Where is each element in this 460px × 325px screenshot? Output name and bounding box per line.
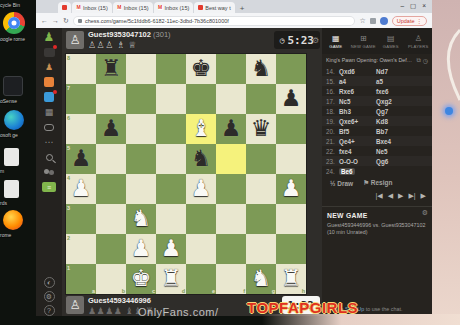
move-row: 15.a4a5 [322,76,432,86]
square-c2[interactable]: ♟ [126,234,156,264]
square-b5[interactable] [96,144,126,174]
square-c5[interactable] [126,144,156,174]
site-left-nav: ♟ ♟ ▦ ⋯ ≡ ◐ ⚙ ? [36,28,62,316]
square-e5[interactable]: ♞ [186,144,216,174]
user-avatar-icon[interactable]: ♟ [42,31,56,43]
app-icon[interactable] [3,76,23,96]
square-b8[interactable]: ♜ [96,54,126,84]
white-pawn: ♟ [276,174,306,204]
square-d8[interactable] [156,54,186,84]
chrome-label: oogle rome [0,36,36,42]
next-move-button[interactable]: ▶ [398,192,403,200]
play-icon[interactable]: ♟ [42,61,56,73]
update-button[interactable]: Update ⋮ [392,16,427,26]
move-number: 17. [326,98,339,105]
recycle-bin-label[interactable]: cycle Bin [0,2,36,8]
square-a6[interactable]: 6 [66,114,96,144]
player-rating: (301) [153,30,171,39]
white-rook: ♜ [276,264,306,294]
black-rook: ♜ [96,54,126,84]
move-number: 22. [326,148,339,155]
square-c6[interactable] [126,114,156,144]
black-pawn: ♟ [216,114,246,144]
top-captured-pieces: ♙♙♙ ♗ ♕ [88,40,137,50]
player-name-text: Guest9353047102 [88,30,151,39]
url-field[interactable]: chess.com/game/5c1fddb6-6182-11ec-3dbd-7… [73,16,356,26]
move-black[interactable]: Ne5 [376,148,413,155]
white-pawn: ♟ [156,234,186,264]
bottom-player-name[interactable]: Guest4593446996 [88,296,151,305]
square-h1[interactable]: h♜ [276,264,306,294]
move-white[interactable]: O-O-O [339,158,376,165]
browser-label: rome [0,232,36,238]
square-d5[interactable] [156,144,186,174]
square-f3[interactable] [216,204,246,234]
square-c1[interactable]: c♚ [126,264,156,294]
move-number: 18. [326,108,339,115]
rank-label: 2 [67,235,70,241]
app-label-3: rds [0,200,36,206]
square-f2[interactable] [216,234,246,264]
square-f7[interactable] [216,84,246,114]
square-d7[interactable] [156,84,186,114]
square-e4[interactable]: ♟ [186,174,216,204]
back-icon[interactable]: ← [41,17,48,24]
extensions-icon[interactable] [370,18,376,24]
move-white[interactable]: Rxe6 [339,88,376,95]
square-d2[interactable]: ♟ [156,234,186,264]
move-number: 23. [326,158,339,165]
resign-button[interactable]: ⚑ Resign [363,179,392,187]
square-d3[interactable] [156,204,186,234]
new-game-header: NEW GAME [327,212,427,219]
browser-tab-bar: MInbox (15) MInbox (15) MInbox (15) Best… [36,0,432,13]
bottom-player-avatar[interactable]: ♙ [66,296,84,314]
black-pawn: ♟ [276,84,306,114]
board-settings-icon[interactable]: ⚙ [312,36,444,45]
edge-desktop-icon[interactable] [4,110,24,130]
square-e3[interactable] [186,204,216,234]
square-a3[interactable]: 3 [66,204,96,234]
gmail-icon: M [117,5,122,10]
move-number: 24. [326,168,339,175]
move-number: 14. [326,68,339,75]
move-black[interactable]: a5 [376,78,413,85]
black-pawn: ♟ [66,144,96,174]
white-pawn: ♟ [126,234,156,264]
update-label: Update [397,18,415,24]
square-g5[interactable] [246,144,276,174]
white-knight: ♞ [246,264,276,294]
timer-icon[interactable]: ◷ [423,57,428,64]
play-button[interactable]: ▶ [421,192,426,200]
square-h4[interactable]: ♟ [276,174,306,204]
white-pawn: ♟ [66,174,96,204]
square-g7[interactable] [246,84,276,114]
white-knight: ♞ [126,204,156,234]
square-b6[interactable]: ♟ [96,114,126,144]
tab-favicon [62,5,67,10]
black-knight: ♞ [186,144,216,174]
search-icon[interactable] [42,151,56,163]
watch-icon[interactable]: ▦ [42,106,56,118]
collapse-nav-button[interactable]: ≡ [42,181,56,193]
notice-suffix: to use the chat. [364,306,402,312]
browser-tab-4[interactable]: MInbox (15) [154,2,194,13]
square-h3[interactable] [276,204,306,234]
app-icon-2[interactable] [4,148,19,166]
app-label: oSense [0,98,36,104]
square-h8[interactable] [276,54,306,84]
move-black[interactable]: Kd8 [376,118,413,125]
square-f1[interactable]: f [216,264,246,294]
move-black[interactable]: Bxe4 [376,138,413,145]
move-row: 24.Be6 [322,166,432,176]
close-button[interactable]: × [422,2,426,10]
tab-title: Inbox (15) [165,5,190,11]
white-pawn: ♟ [186,174,216,204]
square-e1[interactable]: e [186,264,216,294]
move-black[interactable]: Nd7 [376,68,413,75]
square-h5[interactable] [276,144,306,174]
square-d1[interactable]: d♜ [156,264,186,294]
chat-bubble-icon[interactable] [42,121,56,133]
top-player-bar: ♙ Guest9353047102 (301) ♙♙♙ ♗ ♕ ◷ 5:23 [62,28,322,54]
square-g6[interactable]: ♛ [246,114,276,144]
square-g4[interactable] [246,174,276,204]
top-player-name[interactable]: Guest9353047102 (301) [88,30,171,39]
matchup-text: Guest4593446996 vs. Guest9353047102 (10 … [327,222,427,236]
copy-icon[interactable]: ⧉ [416,57,420,64]
new-game-settings-icon[interactable]: ⚙ [422,209,428,217]
white-bishop: ♝ [186,114,216,144]
square-b1[interactable]: b [96,264,126,294]
move-row: 23.O-O-OQg6 [322,156,432,166]
square-a8[interactable]: 8 [66,54,96,84]
move-row: 19.Qxe6+Kd8 [322,116,432,126]
kebab-menu-icon: ⋮ [417,18,423,24]
move-row: 17.Nc5Qxg2 [322,96,432,106]
windows-desktop: cycle Bin oogle rome oSense osoft ge m r… [0,0,36,325]
move-navigation: |◀ ◀ ▶ ▶| ▶ [322,190,432,200]
app-icon-3[interactable] [4,180,19,198]
square-h2[interactable] [276,234,306,264]
move-white[interactable]: Qe4+ [339,138,376,145]
move-number: 16. [326,88,339,95]
browser-window: MInbox (15) MInbox (15) MInbox (15) Best… [36,0,432,316]
square-d4[interactable] [156,174,186,204]
square-e8[interactable]: ♚ [186,54,216,84]
move-black[interactable]: Qxg2 [376,98,413,105]
move-white[interactable]: Bh3 [339,108,376,115]
minimize-button[interactable]: – [400,2,404,10]
move-white[interactable]: a4 [339,78,376,85]
flag-icon: ⚑ [363,179,371,186]
square-a1[interactable]: 1a [66,264,96,294]
browser-desktop-icon[interactable] [3,210,23,230]
chesscom-page: ♟ ♟ ▦ ⋯ ≡ ◐ ⚙ ? ♙ [36,28,432,316]
move-black[interactable]: Qg7 [376,108,413,115]
move-black[interactable]: fxe6 [376,88,413,95]
move-row: 22.fxe4Ne5 [322,146,432,156]
black-queen: ♛ [246,114,276,144]
square-a2[interactable]: 2 [66,234,96,264]
bookmark-star-icon[interactable]: ☆ [359,17,365,25]
gmail-icon: M [76,5,81,10]
draw-button[interactable]: ½ Draw [330,180,353,187]
watermark-brand: TOPFAPGIRLS [247,299,358,316]
square-e7[interactable] [186,84,216,114]
clock-icon: ◷ [280,36,285,45]
square-e6[interactable]: ♝ [186,114,216,144]
square-c3[interactable]: ♞ [126,204,156,234]
browser-tab-5[interactable]: Best way t [194,2,234,13]
game-area: ♙ Guest9353047102 (301) ♙♙♙ ♗ ♕ ◷ 5:23 8… [62,28,322,316]
move-row: 18.Bh3Qg7 [322,106,432,116]
notifications-icon[interactable] [42,46,56,58]
tab-title: Inbox (15) [124,5,149,11]
move-list: 14.Qxd6Nd715.a4a516.Rxe6fxe617.Nc5Qxg218… [322,66,432,176]
square-g2[interactable] [246,234,276,264]
black-pawn: ♟ [96,114,126,144]
browser-tab-2[interactable]: MInbox (15) [72,2,112,13]
puzzles-icon[interactable] [42,76,56,88]
side-panel: ⚙ ▦ GAME ⊞ NEW GAME ▤ GAMES ♙ [322,28,432,316]
learn-icon[interactable] [42,91,56,103]
square-f4[interactable] [216,174,246,204]
browser-tab-3[interactable]: MInbox (15) [113,2,153,13]
white-rook: ♜ [156,264,186,294]
square-h7[interactable]: ♟ [276,84,306,114]
forward-icon[interactable]: → [52,17,59,24]
last-move-button[interactable]: ▶| [408,192,415,200]
chess-board: 8♜♚♞7♟6♟♝♟♛5♟♞4♟♟♟3♞2♟♟1abc♚d♜efg♞h♜ [66,54,306,294]
settings-icon[interactable]: ⚙ [44,291,55,302]
move-row: 21.Qe4+Bxe4 [322,136,432,146]
edge-label: osoft ge [0,132,36,138]
new-tab-button[interactable]: + [236,4,249,13]
browser-tab-1[interactable] [58,2,71,13]
tab-title: Best way t [205,5,230,11]
move-white[interactable]: Nc5 [339,98,376,105]
square-c8[interactable] [126,54,156,84]
square-e2[interactable] [186,234,216,264]
tab-title: Inbox (15) [83,5,108,11]
square-b3[interactable] [96,204,126,234]
opening-name-row: King's Pawn Opening: Owen's Defen... ⧉ ◷ [322,54,432,66]
black-knight: ♞ [246,54,276,84]
resign-label: Resign [371,179,393,186]
watermark-url: OnlyFans.com/ [138,306,218,318]
square-f6[interactable]: ♟ [216,114,246,144]
theme-toggle-icon[interactable]: ◐ [44,277,55,288]
square-h6[interactable] [276,114,306,144]
window-controls: – ▢ × [400,2,432,13]
rank-label: 7 [67,85,70,91]
rank-label: 8 [67,55,70,61]
new-game-section: NEW GAME ⚙ Guest4593446996 vs. Guest9353… [322,206,432,236]
profile-avatar[interactable] [380,17,388,25]
url-text: chess.com/game/5c1fddb6-6182-11ec-3dbd-7… [85,18,229,24]
game-actions: ½ Draw ⚑ Resign [322,176,432,190]
move-white[interactable]: Be6 [339,168,355,175]
square-b4[interactable] [96,174,126,204]
white-king: ♚ [126,264,156,294]
move-black[interactable]: Qg6 [376,158,413,165]
move-white[interactable]: Qxe6+ [339,118,376,125]
square-g8[interactable]: ♞ [246,54,276,84]
more-icon[interactable]: ⋯ [42,136,56,148]
square-g3[interactable] [246,204,276,234]
move-number: 15. [326,78,339,85]
chrome-desktop-icon[interactable] [3,12,25,34]
square-a7[interactable]: 7 [66,84,96,114]
move-white[interactable]: fxe4 [339,148,376,155]
square-c4[interactable] [126,174,156,204]
move-white[interactable]: Bf5 [339,128,376,135]
clock-time: 5:23 [288,34,315,47]
friends-icon[interactable] [42,166,56,178]
player-name-text: Guest4593446996 [88,296,151,305]
opening-name[interactable]: King's Pawn Opening: Owen's Defen... [326,57,414,63]
help-icon[interactable]: ? [44,305,55,316]
move-number: 20. [326,128,339,135]
rank-label: 1 [67,265,70,271]
app-label-2: m [0,168,36,174]
tab-favicon [198,5,203,10]
square-b7[interactable] [96,84,126,114]
move-row: 14.Qxd6Nd7 [322,66,432,76]
move-white[interactable]: Qxd6 [339,68,376,75]
black-king: ♚ [186,54,216,84]
browser-address-bar: ← → ↻ chess.com/game/5c1fddb6-6182-11ec-… [36,13,432,28]
move-row: 20.Bf5Bb7 [322,126,432,136]
rank-label: 3 [67,205,70,211]
maximize-button[interactable]: ▢ [410,2,416,10]
square-f5[interactable] [216,144,246,174]
top-player-avatar[interactable]: ♙ [66,31,84,49]
move-row: 16.Rxe6fxe6 [322,86,432,96]
prev-move-button[interactable]: ◀ [388,192,393,200]
rank-label: 6 [67,115,70,121]
square-g1[interactable]: g♞ [246,264,276,294]
reload-icon[interactable]: ↻ [63,17,69,25]
move-number: 19. [326,118,339,125]
square-f8[interactable] [216,54,246,84]
move-black[interactable]: Bb7 [376,128,413,135]
square-b2[interactable] [96,234,126,264]
square-a5[interactable]: 5♟ [66,144,96,174]
square-d6[interactable] [156,114,186,144]
gmail-icon: M [158,5,163,10]
move-number: 21. [326,138,339,145]
first-move-button[interactable]: |◀ [375,192,382,200]
lock-icon [78,19,82,23]
screen: cycle Bin oogle rome oSense osoft ge m r… [0,0,460,325]
cable [432,20,460,130]
square-a4[interactable]: 4♟ [66,174,96,204]
square-c7[interactable] [126,84,156,114]
